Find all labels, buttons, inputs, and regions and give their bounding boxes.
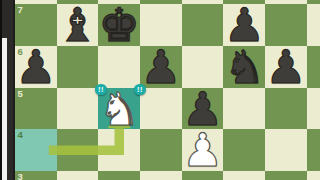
left-sidebar	[0, 0, 13, 180]
chess-app-screenshot: 7♝♚♟6♟♟♞♟5♞♟4♟3 !!!!	[0, 0, 320, 180]
square-b3[interactable]	[57, 171, 99, 180]
square-h6[interactable]	[307, 46, 320, 88]
black-knight-f6[interactable]: ♞	[223, 46, 265, 88]
white-pawn-e4[interactable]: ♟	[182, 129, 224, 171]
square-b7[interactable]: ♝	[57, 4, 99, 46]
black-pawn-a6[interactable]: ♟	[15, 46, 57, 88]
square-g5[interactable]	[265, 88, 307, 130]
black-king-c7[interactable]: ♚	[98, 4, 140, 46]
square-a6[interactable]: 6♟	[15, 46, 57, 88]
black-pawn-d6[interactable]: ♟	[140, 46, 182, 88]
square-h4[interactable]	[307, 129, 320, 171]
square-c3[interactable]	[98, 171, 140, 180]
brilliant-badge-right: !!	[134, 84, 146, 96]
square-d3[interactable]	[140, 171, 182, 180]
rank-label-3: 3	[18, 172, 23, 180]
square-f3[interactable]	[223, 171, 265, 180]
square-e7[interactable]	[182, 4, 224, 46]
square-f4[interactable]	[223, 129, 265, 171]
square-c7[interactable]: ♚	[98, 4, 140, 46]
black-pawn-g6[interactable]: ♟	[265, 46, 307, 88]
square-a4[interactable]: 4	[15, 129, 57, 171]
square-b5[interactable]	[57, 88, 99, 130]
square-f6[interactable]: ♞	[223, 46, 265, 88]
brilliant-badge-left: !!	[95, 84, 107, 96]
square-d6[interactable]: ♟	[140, 46, 182, 88]
black-bishop-b7[interactable]: ♝	[57, 4, 99, 46]
square-d5[interactable]	[140, 88, 182, 130]
square-g4[interactable]	[265, 129, 307, 171]
square-h7[interactable]	[307, 4, 320, 46]
square-b4[interactable]	[57, 129, 99, 171]
square-a3[interactable]: 3	[15, 171, 57, 180]
square-e4[interactable]: ♟	[182, 129, 224, 171]
square-c4[interactable]	[98, 129, 140, 171]
rank-label-7: 7	[18, 5, 23, 15]
vertical-scrollbar-thumb[interactable]	[2, 38, 7, 180]
square-d4[interactable]	[140, 129, 182, 171]
rank-label-4: 4	[18, 130, 23, 140]
square-g6[interactable]: ♟	[265, 46, 307, 88]
chess-board: 7♝♚♟6♟♟♞♟5♞♟4♟3	[15, 0, 320, 180]
square-h5[interactable]	[307, 88, 320, 130]
square-b6[interactable]	[57, 46, 99, 88]
square-h3[interactable]	[307, 171, 320, 180]
square-f5[interactable]	[223, 88, 265, 130]
square-a5[interactable]: 5	[15, 88, 57, 130]
square-g3[interactable]	[265, 171, 307, 180]
